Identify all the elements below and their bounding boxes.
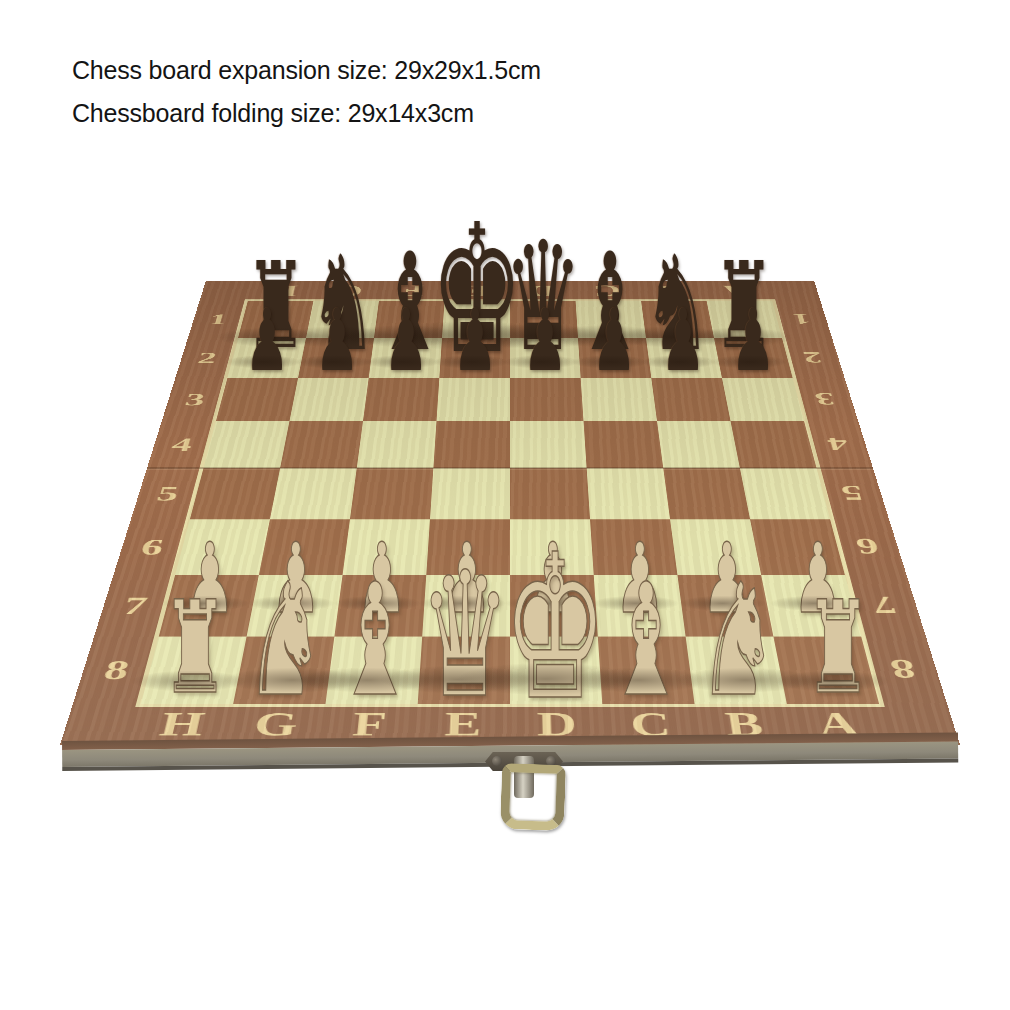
piece-light-knight-g8: ♞ [245,563,326,718]
square-h4 [203,421,289,468]
piece-light-rook-h8: ♜ [162,584,229,712]
square-g5 [270,468,357,519]
piece-light-queen-e8: ♛ [420,549,510,722]
piece-dark-pawn-e2: ♟ [453,297,498,383]
latch-screw-left [492,756,502,766]
square-c4 [584,421,664,468]
piece-light-rook-a8: ♜ [805,584,872,712]
square-g4 [280,421,363,468]
size-annotation: Chess board expansion size: 29x29x1.5cm … [72,56,541,128]
piece-light-knight-b8: ♞ [698,563,779,718]
piece-light-king-d8: ♚ [503,528,607,728]
square-f5 [350,468,433,519]
square-b4 [657,421,740,468]
square-d4 [510,421,587,468]
product-photo-stage: Chess board expansion size: 29x29x1.5cm … [0,0,1010,1010]
square-e4 [433,421,510,468]
piece-dark-pawn-a2: ♟ [731,297,776,383]
piece-dark-pawn-h2: ♟ [245,297,290,383]
square-a4 [731,421,817,468]
square-e5 [430,468,510,519]
latch-hasp [500,763,566,831]
square-f4 [357,421,437,468]
square-h5 [190,468,280,519]
piece-dark-pawn-c2: ♟ [592,297,637,383]
square-a5 [740,468,830,519]
piece-light-bishop-c8: ♝ [606,563,687,718]
piece-light-bishop-f8: ♝ [335,563,416,718]
piece-dark-pawn-d2: ♟ [523,297,568,383]
piece-dark-pawn-f2: ♟ [384,297,429,383]
expansion-size-text: Chess board expansion size: 29x29x1.5cm [72,56,541,85]
folding-size-text: Chessboard folding size: 29x14x3cm [72,99,541,128]
square-b5 [663,468,750,519]
piece-dark-pawn-g2: ♟ [315,297,360,383]
fold-seam [146,467,873,470]
piece-dark-pawn-b2: ♟ [661,297,706,383]
